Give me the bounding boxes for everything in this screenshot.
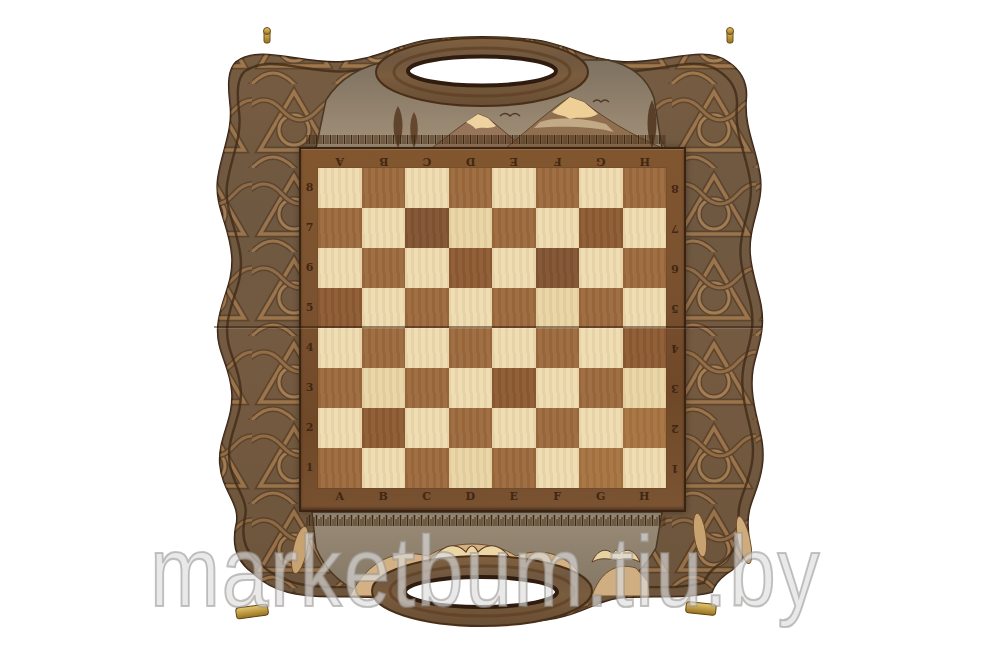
square-g4 (579, 328, 623, 368)
rank-label-4: 4 (301, 328, 318, 368)
square-f2 (536, 408, 580, 448)
square-g6 (579, 248, 623, 288)
rank-label-7: 7 (301, 208, 318, 248)
square-e4 (492, 328, 536, 368)
file-label-a: A (318, 150, 362, 168)
square-b2 (362, 408, 406, 448)
square-a6 (318, 248, 362, 288)
square-a2 (318, 408, 362, 448)
square-c8 (405, 168, 449, 208)
fold-seam (214, 326, 762, 328)
square-e2 (492, 408, 536, 448)
file-label-e: E (492, 490, 536, 508)
square-a7 (318, 208, 362, 248)
file-label-f: F (536, 490, 580, 508)
file-label-c: C (405, 490, 449, 508)
square-h3 (623, 368, 667, 408)
square-c1 (405, 448, 449, 488)
rank-label-6: 6 (666, 248, 684, 288)
rank-label-3: 3 (666, 368, 684, 408)
square-d3 (449, 368, 493, 408)
square-g1 (579, 448, 623, 488)
square-c7 (405, 208, 449, 248)
grass-fringe-bottom (306, 511, 666, 526)
square-d8 (449, 168, 493, 208)
square-e3 (492, 368, 536, 408)
square-f8 (536, 168, 580, 208)
square-h5 (623, 288, 667, 328)
chess-frame: ABCDEFGH ABCDEFGH 87654321 87654321 (299, 147, 686, 512)
square-g5 (579, 288, 623, 328)
square-d6 (449, 248, 493, 288)
square-f6 (536, 248, 580, 288)
square-f5 (536, 288, 580, 328)
square-h7 (623, 208, 667, 248)
rank-label-7: 7 (666, 208, 684, 248)
square-h1 (623, 448, 667, 488)
square-d4 (449, 328, 493, 368)
square-b7 (362, 208, 406, 248)
rank-label-2: 2 (301, 408, 318, 448)
file-label-h: H (623, 490, 667, 508)
square-b6 (362, 248, 406, 288)
rank-label-3: 3 (301, 368, 318, 408)
square-f1 (536, 448, 580, 488)
square-a5 (318, 288, 362, 328)
square-a8 (318, 168, 362, 208)
file-label-f: F (536, 150, 580, 168)
square-e5 (492, 288, 536, 328)
square-e8 (492, 168, 536, 208)
files-top: ABCDEFGH (318, 150, 666, 168)
square-d5 (449, 288, 493, 328)
square-c6 (405, 248, 449, 288)
square-g2 (579, 408, 623, 448)
file-label-g: G (579, 490, 623, 508)
rank-label-8: 8 (301, 168, 318, 208)
file-label-a: A (318, 490, 362, 508)
square-g7 (579, 208, 623, 248)
square-h6 (623, 248, 667, 288)
bottom-handle (372, 556, 592, 626)
file-label-b: B (362, 490, 406, 508)
square-h8 (623, 168, 667, 208)
file-label-g: G (579, 150, 623, 168)
clasp (685, 601, 716, 615)
square-d1 (449, 448, 493, 488)
file-label-e: E (492, 150, 536, 168)
square-a1 (318, 448, 362, 488)
top-handle (376, 38, 588, 106)
square-f4 (536, 328, 580, 368)
square-b8 (362, 168, 406, 208)
rank-label-8: 8 (666, 168, 684, 208)
clasp (235, 604, 268, 619)
top-handle-cutout (408, 57, 556, 86)
square-h2 (623, 408, 667, 448)
rank-label-1: 1 (301, 448, 318, 488)
bottom-handle-cutout (405, 577, 557, 607)
square-b1 (362, 448, 406, 488)
square-b5 (362, 288, 406, 328)
square-c2 (405, 408, 449, 448)
file-label-b: B (362, 150, 406, 168)
ranks-right: 87654321 (666, 168, 684, 488)
product-photo: ABCDEFGH ABCDEFGH 87654321 87654321 mark… (0, 0, 1000, 658)
square-h4 (623, 328, 667, 368)
ranks-left: 87654321 (301, 168, 318, 488)
rank-label-2: 2 (666, 408, 684, 448)
rank-label-1: 1 (666, 448, 684, 488)
square-d7 (449, 208, 493, 248)
square-e6 (492, 248, 536, 288)
square-f7 (536, 208, 580, 248)
square-e1 (492, 448, 536, 488)
files-bottom: ABCDEFGH (318, 490, 666, 508)
square-g8 (579, 168, 623, 208)
square-c4 (405, 328, 449, 368)
rank-label-5: 5 (301, 288, 318, 328)
square-f3 (536, 368, 580, 408)
square-d2 (449, 408, 493, 448)
square-e7 (492, 208, 536, 248)
square-b4 (362, 328, 406, 368)
rank-label-5: 5 (666, 288, 684, 328)
chessboard (318, 168, 666, 488)
square-a3 (318, 368, 362, 408)
square-g3 (579, 368, 623, 408)
file-label-d: D (449, 490, 493, 508)
file-label-d: D (449, 150, 493, 168)
square-c5 (405, 288, 449, 328)
rank-label-6: 6 (301, 248, 318, 288)
square-b3 (362, 368, 406, 408)
square-c3 (405, 368, 449, 408)
square-a4 (318, 328, 362, 368)
file-label-c: C (405, 150, 449, 168)
file-label-h: H (623, 150, 667, 168)
rank-label-4: 4 (666, 328, 684, 368)
